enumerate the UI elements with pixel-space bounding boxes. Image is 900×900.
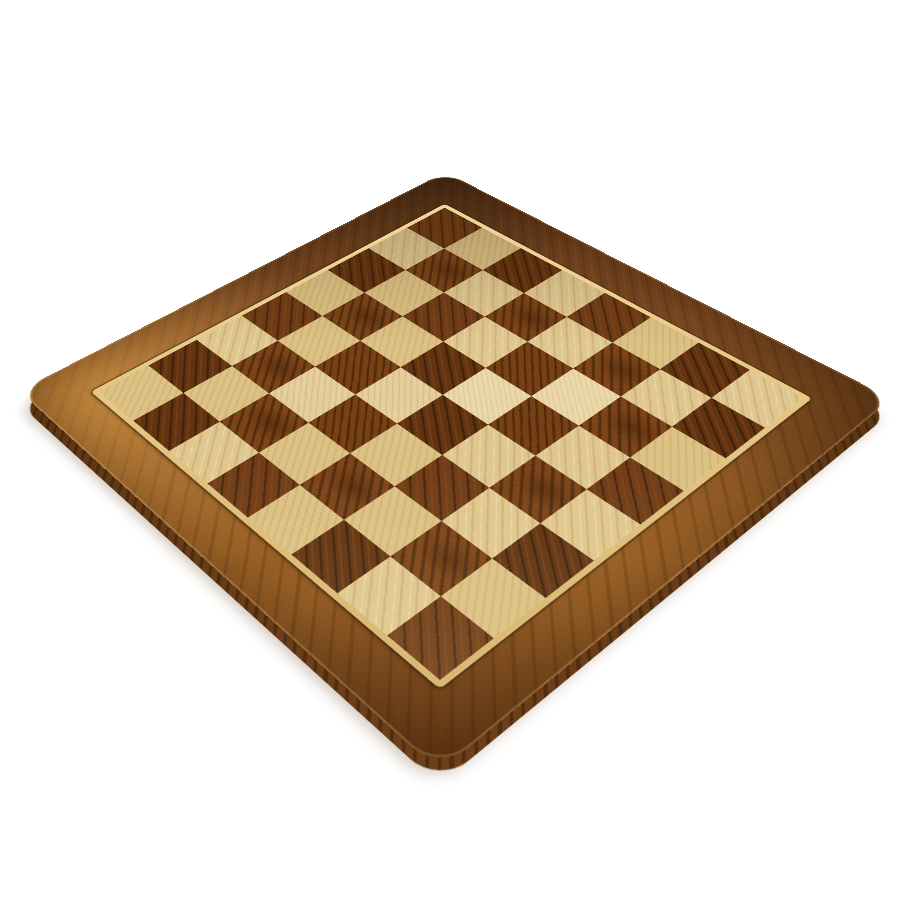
chessboard xyxy=(19,172,892,772)
board-photo xyxy=(0,0,900,900)
playing-field xyxy=(99,208,803,680)
